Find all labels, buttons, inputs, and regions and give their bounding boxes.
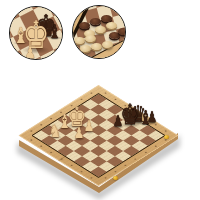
product-photo-chess-set: ♚♝♝♚♟ ♛♟♝♚♚♟♝♟♞♟ (0, 0, 200, 200)
white-knight: ♞ (47, 124, 63, 138)
white-pawn-glyph: ♟ (74, 128, 84, 140)
white-pawn: ♟ (72, 128, 85, 140)
black-pawn-glyph: ♟ (113, 116, 123, 128)
black-pawn: ♟ (111, 116, 124, 128)
white-knight-glyph: ♞ (49, 124, 62, 138)
main-board-pieces-layer: ♛♟♝♚♚♟♝♟♞♟ (0, 0, 200, 200)
